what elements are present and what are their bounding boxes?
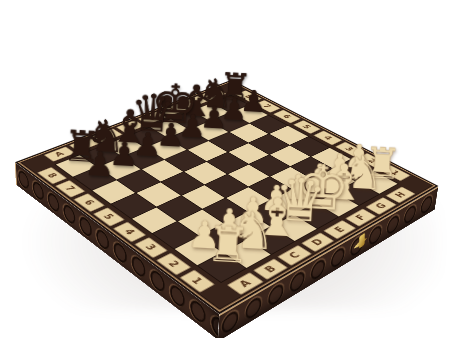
chess-board: 87654321 87654321 ABCDEFGH ABCDEFGH ♜♞♝♛…: [15, 80, 439, 314]
photo-stage: 87654321 87654321 ABCDEFGH ABCDEFGH ♜♞♝♛…: [0, 0, 450, 338]
square-d5: [185, 162, 226, 184]
dark-pawn-a7: ♟: [66, 145, 133, 182]
light-rook-a1: ♜: [189, 219, 266, 272]
clasp-plate-icon: [359, 233, 365, 249]
perspective-container: 87654321 87654321 ABCDEFGH ABCDEFGH ♜♞♝♛…: [0, 0, 450, 338]
board-top-face: 87654321 87654321 ABCDEFGH ABCDEFGH ♜♞♝♛…: [15, 80, 439, 314]
clasp: [354, 229, 368, 255]
square-c5: [161, 172, 203, 195]
tilt-wrapper: 87654321 87654321 ABCDEFGH ABCDEFGH ♜♞♝♛…: [0, 0, 450, 338]
